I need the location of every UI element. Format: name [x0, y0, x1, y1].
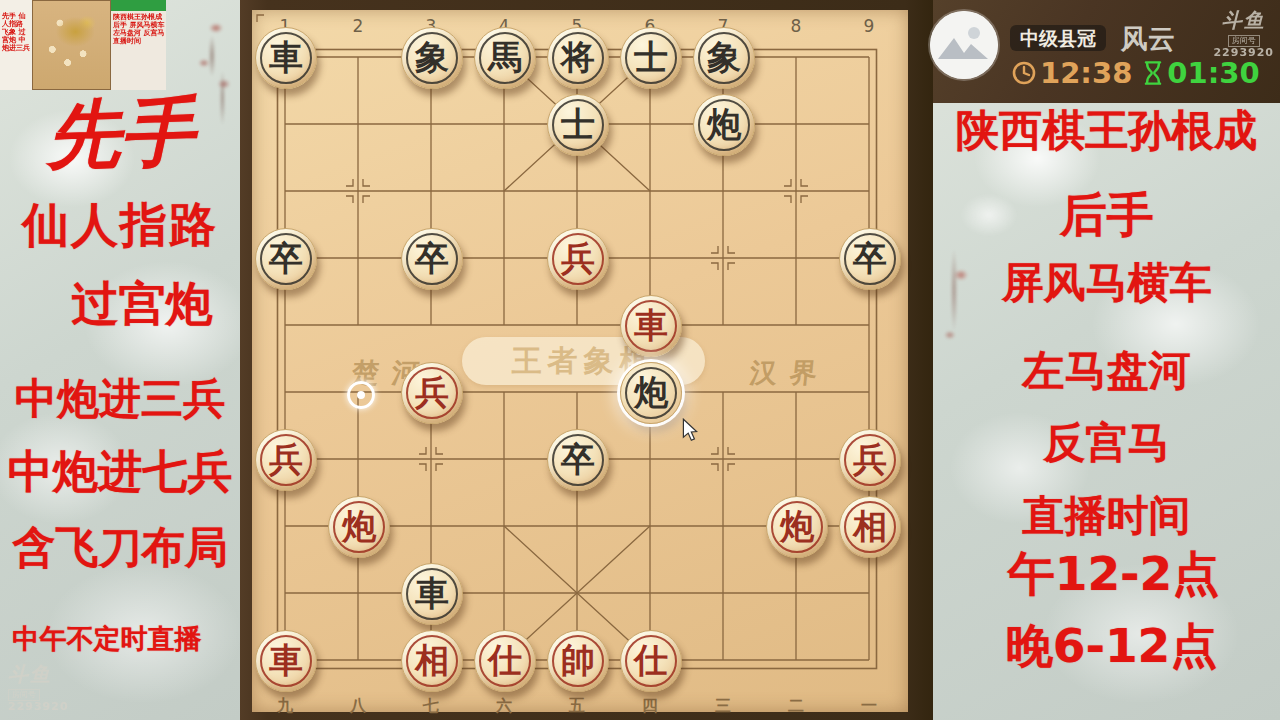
thumb-right-text: 陕西棋王孙根成 后手 屏风马横车 左马盘河 反宫马 直播时间: [111, 11, 166, 45]
douyu-watermark-top-right: 斗鱼 房间号 2293920: [1213, 10, 1274, 58]
left-panel: 先手 仙人指路 飞象 过宫炮 中炮进三兵 陕西棋王孙根成 后手 屏风马横车 左马…: [0, 0, 240, 720]
piece-black-卒[interactable]: 卒: [255, 228, 317, 290]
piece-red-仕[interactable]: 仕: [474, 630, 536, 692]
board-frame: 123456789 九八七六五四三二一 楚河 汉界 王者象棋 車象馬将士象士炮卒…: [240, 0, 933, 720]
douyu-logo: 斗鱼: [8, 664, 69, 684]
thumb-right-column: 陕西棋王孙根成 后手 屏风马横车 左马盘河 反宫马 直播时间: [111, 0, 166, 90]
col-label-bottom: 六: [496, 696, 512, 717]
piece-red-炮[interactable]: 炮: [766, 496, 828, 558]
avatar[interactable]: [930, 11, 998, 79]
piece-red-車[interactable]: 車: [255, 630, 317, 692]
piece-red-兵[interactable]: 兵: [401, 362, 463, 424]
opening-line-feidao: 含飞刀布局: [0, 525, 240, 570]
clock-row: 12:38 01:30: [1011, 56, 1260, 90]
col-label-bottom: 一: [861, 696, 877, 717]
stream-screen: 先手 仙人指路 飞象 过宫炮 中炮进三兵 陕西棋王孙根成 后手 屏风马横车 左马…: [0, 0, 1280, 720]
clock-icon: [1011, 60, 1037, 86]
col-label-bottom: 二: [788, 696, 804, 717]
douyu-watermark-bottom-left: 斗鱼 房间号 2293920: [8, 664, 69, 712]
right-panel: 中级县冠 风云 12:38 01:30 斗鱼 房间号 2293920 陕西棋王孙…: [933, 0, 1280, 720]
opponent-title: 陕西棋王孙根成: [933, 108, 1280, 153]
player-info-bar: 中级县冠 风云 12:38 01:30 斗鱼 房间号 2293920: [933, 0, 1280, 103]
avatar-placeholder-image: [930, 11, 998, 79]
piece-black-将[interactable]: 将: [547, 27, 609, 89]
streamer-name: 风云: [1121, 21, 1175, 57]
preview-thumbnail: 先手 仙人指路 飞象 过宫炮 中炮进三兵 陕西棋王孙根成 后手 屏风马横车 左马…: [0, 0, 166, 90]
opening-title-xianshou: 先手: [0, 91, 241, 177]
schedule-note: 中午不定时直播: [0, 625, 240, 653]
piece-red-炮[interactable]: 炮: [328, 496, 390, 558]
piece-red-相[interactable]: 相: [401, 630, 463, 692]
piece-red-帥[interactable]: 帥: [547, 630, 609, 692]
xiangqi-board[interactable]: 123456789 九八七六五四三二一 楚河 汉界 王者象棋 車象馬将士象士炮卒…: [252, 10, 908, 712]
piece-red-兵[interactable]: 兵: [547, 228, 609, 290]
room-number: 2293920: [1213, 47, 1274, 58]
game-clock: 12:38: [1040, 56, 1132, 90]
broadcast-time-title: 直播时间: [933, 494, 1280, 538]
thumb-left-text: 先手 仙人指路 飞象 过宫炮 中炮进三兵: [0, 0, 32, 90]
piece-black-馬[interactable]: 馬: [474, 27, 536, 89]
thumb-green-bar: [111, 0, 166, 11]
opening-line-houshou: 后手: [933, 190, 1280, 239]
opening-line-guogongpao: 过宫炮: [0, 279, 240, 328]
piece-black-士[interactable]: 士: [620, 27, 682, 89]
move-clock: 01:30: [1167, 56, 1259, 90]
piece-black-車[interactable]: 車: [401, 563, 463, 625]
col-label-bottom: 八: [350, 696, 366, 717]
piece-black-士[interactable]: 士: [547, 94, 609, 156]
opening-line-zhongpao-3bing: 中炮进三兵: [0, 377, 240, 421]
rank-badge: 中级县冠: [1010, 25, 1106, 51]
piece-red-相[interactable]: 相: [839, 496, 901, 558]
opening-line-zuoma-panhe: 左马盘河: [933, 349, 1280, 393]
piece-black-象[interactable]: 象: [401, 27, 463, 89]
broadcast-time-evening: 晚6-12点: [933, 621, 1280, 670]
opening-line-pingfengma: 屏风马横车: [933, 261, 1280, 305]
piece-black-炮[interactable]: 炮: [620, 362, 682, 424]
room-number: 2293920: [8, 701, 69, 712]
piece-black-卒[interactable]: 卒: [401, 228, 463, 290]
move-marker: [347, 381, 375, 409]
opening-line-xianren-zhilu: 仙人指路: [0, 200, 240, 249]
piece-red-仕[interactable]: 仕: [620, 630, 682, 692]
piece-red-兵[interactable]: 兵: [255, 429, 317, 491]
col-label-bottom: 四: [642, 696, 658, 717]
col-label-bottom: 五: [569, 696, 585, 717]
col-label-bottom: 九: [277, 696, 293, 717]
col-label-top: 8: [791, 16, 802, 36]
piece-black-卒[interactable]: 卒: [839, 228, 901, 290]
col-label-bottom: 三: [715, 696, 731, 717]
river-label-hanjie: 汉界: [748, 355, 832, 391]
opening-line-fangongma: 反宫马: [933, 421, 1280, 465]
piece-black-車[interactable]: 車: [255, 27, 317, 89]
piece-black-象[interactable]: 象: [693, 27, 755, 89]
piece-red-兵[interactable]: 兵: [839, 429, 901, 491]
piece-black-炮[interactable]: 炮: [693, 94, 755, 156]
hourglass-icon: [1142, 60, 1164, 86]
opening-line-zhongpao-7bing: 中炮进七兵: [0, 448, 240, 495]
piece-black-卒[interactable]: 卒: [547, 429, 609, 491]
piece-red-車[interactable]: 車: [620, 295, 682, 357]
thumb-mini-board: [32, 0, 111, 90]
col-label-top: 9: [864, 16, 875, 36]
col-label-top: 2: [353, 16, 364, 36]
broadcast-time-noon: 午12-2点: [933, 549, 1280, 598]
col-label-bottom: 七: [423, 696, 439, 717]
douyu-logo: 斗鱼: [1213, 10, 1274, 30]
